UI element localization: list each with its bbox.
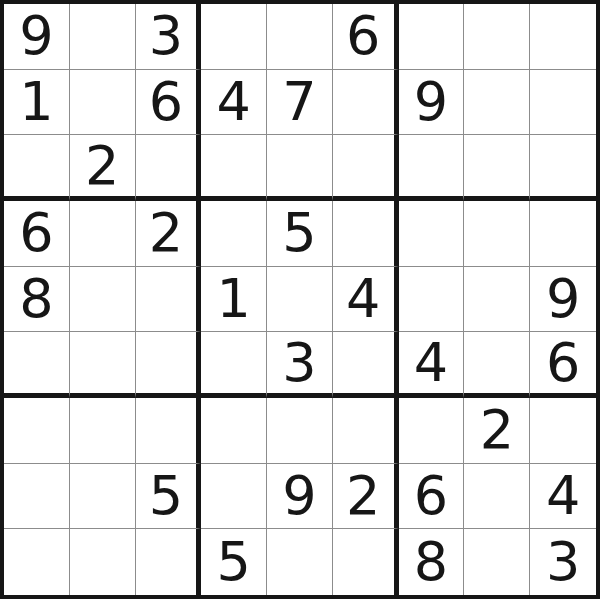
sudoku-board: 9361647926258149346259264583 bbox=[0, 0, 600, 599]
cell-r2c4[interactable]: 4 bbox=[201, 70, 267, 136]
cell-r6c2[interactable] bbox=[70, 332, 136, 398]
cell-r6c7[interactable]: 4 bbox=[399, 332, 465, 398]
cell-r3c2[interactable]: 2 bbox=[70, 135, 136, 201]
cell-r3c7[interactable] bbox=[399, 135, 465, 201]
cell-r6c3[interactable] bbox=[136, 332, 202, 398]
cell-r6c9[interactable]: 6 bbox=[530, 332, 596, 398]
cell-r8c8[interactable] bbox=[464, 464, 530, 530]
cell-r2c2[interactable] bbox=[70, 70, 136, 136]
cell-r3c3[interactable] bbox=[136, 135, 202, 201]
cell-r6c5[interactable]: 3 bbox=[267, 332, 333, 398]
cell-r1c6[interactable]: 6 bbox=[333, 4, 399, 70]
cell-r9c2[interactable] bbox=[70, 529, 136, 595]
cell-r2c7[interactable]: 9 bbox=[399, 70, 465, 136]
cell-r4c4[interactable] bbox=[201, 201, 267, 267]
cell-r2c3[interactable]: 6 bbox=[136, 70, 202, 136]
cell-r5c4[interactable]: 1 bbox=[201, 267, 267, 333]
cell-r7c7[interactable] bbox=[399, 398, 465, 464]
cell-r7c4[interactable] bbox=[201, 398, 267, 464]
cell-r2c1[interactable]: 1 bbox=[4, 70, 70, 136]
cell-r3c8[interactable] bbox=[464, 135, 530, 201]
cell-r3c9[interactable] bbox=[530, 135, 596, 201]
cell-r4c6[interactable] bbox=[333, 201, 399, 267]
cell-r9c1[interactable] bbox=[4, 529, 70, 595]
cell-r4c3[interactable]: 2 bbox=[136, 201, 202, 267]
cell-r1c7[interactable] bbox=[399, 4, 465, 70]
cell-r1c9[interactable] bbox=[530, 4, 596, 70]
cell-r7c8[interactable]: 2 bbox=[464, 398, 530, 464]
cell-r5c3[interactable] bbox=[136, 267, 202, 333]
cell-r9c8[interactable] bbox=[464, 529, 530, 595]
cell-r4c9[interactable] bbox=[530, 201, 596, 267]
cell-r3c6[interactable] bbox=[333, 135, 399, 201]
cell-r2c9[interactable] bbox=[530, 70, 596, 136]
cell-r7c9[interactable] bbox=[530, 398, 596, 464]
cell-r5c9[interactable]: 9 bbox=[530, 267, 596, 333]
cell-r7c6[interactable] bbox=[333, 398, 399, 464]
cell-r5c8[interactable] bbox=[464, 267, 530, 333]
cell-r1c8[interactable] bbox=[464, 4, 530, 70]
cell-r1c5[interactable] bbox=[267, 4, 333, 70]
cell-r8c1[interactable] bbox=[4, 464, 70, 530]
cell-r5c6[interactable]: 4 bbox=[333, 267, 399, 333]
cell-r9c9[interactable]: 3 bbox=[530, 529, 596, 595]
cell-r7c1[interactable] bbox=[4, 398, 70, 464]
cell-r8c7[interactable]: 6 bbox=[399, 464, 465, 530]
cell-r9c6[interactable] bbox=[333, 529, 399, 595]
cell-r2c5[interactable]: 7 bbox=[267, 70, 333, 136]
cell-r6c1[interactable] bbox=[4, 332, 70, 398]
cell-r4c2[interactable] bbox=[70, 201, 136, 267]
cell-r8c5[interactable]: 9 bbox=[267, 464, 333, 530]
cell-r6c4[interactable] bbox=[201, 332, 267, 398]
cell-r5c1[interactable]: 8 bbox=[4, 267, 70, 333]
cell-r5c7[interactable] bbox=[399, 267, 465, 333]
cell-r8c9[interactable]: 4 bbox=[530, 464, 596, 530]
cell-r3c4[interactable] bbox=[201, 135, 267, 201]
cell-r8c2[interactable] bbox=[70, 464, 136, 530]
cell-r9c5[interactable] bbox=[267, 529, 333, 595]
cell-r3c1[interactable] bbox=[4, 135, 70, 201]
cell-r9c7[interactable]: 8 bbox=[399, 529, 465, 595]
cell-r5c2[interactable] bbox=[70, 267, 136, 333]
cell-r9c3[interactable] bbox=[136, 529, 202, 595]
cell-r7c3[interactable] bbox=[136, 398, 202, 464]
cell-r3c5[interactable] bbox=[267, 135, 333, 201]
cell-r7c2[interactable] bbox=[70, 398, 136, 464]
cell-r6c8[interactable] bbox=[464, 332, 530, 398]
cell-r1c1[interactable]: 9 bbox=[4, 4, 70, 70]
cell-r2c8[interactable] bbox=[464, 70, 530, 136]
cell-r5c5[interactable] bbox=[267, 267, 333, 333]
cell-r6c6[interactable] bbox=[333, 332, 399, 398]
cell-r1c3[interactable]: 3 bbox=[136, 4, 202, 70]
cell-r2c6[interactable] bbox=[333, 70, 399, 136]
cell-r4c8[interactable] bbox=[464, 201, 530, 267]
cell-r8c3[interactable]: 5 bbox=[136, 464, 202, 530]
cell-r8c6[interactable]: 2 bbox=[333, 464, 399, 530]
cell-r1c2[interactable] bbox=[70, 4, 136, 70]
cell-r4c5[interactable]: 5 bbox=[267, 201, 333, 267]
cell-r4c7[interactable] bbox=[399, 201, 465, 267]
cell-r1c4[interactable] bbox=[201, 4, 267, 70]
cell-r4c1[interactable]: 6 bbox=[4, 201, 70, 267]
cell-r9c4[interactable]: 5 bbox=[201, 529, 267, 595]
cell-r8c4[interactable] bbox=[201, 464, 267, 530]
cell-r7c5[interactable] bbox=[267, 398, 333, 464]
